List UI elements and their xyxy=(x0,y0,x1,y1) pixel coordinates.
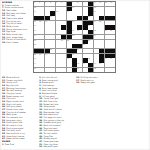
grid-cell[interactable]: 15 xyxy=(72,7,77,11)
grid-cell[interactable] xyxy=(110,35,115,39)
grid-cell[interactable]: 12 xyxy=(105,2,110,6)
grid-cell[interactable] xyxy=(77,40,82,44)
cell-number: 57 xyxy=(34,63,36,65)
grid-cell[interactable] xyxy=(45,40,50,44)
cell-number: 54 xyxy=(88,58,90,60)
grid-cell[interactable] xyxy=(94,25,99,29)
cell-number: 39 xyxy=(94,35,96,37)
grid-cell[interactable] xyxy=(67,63,72,67)
grid-cell[interactable]: 10 xyxy=(94,2,99,6)
black-cell xyxy=(77,25,82,29)
grid-cell[interactable] xyxy=(61,16,66,20)
black-cell xyxy=(72,63,77,67)
black-cell xyxy=(99,54,104,58)
grid-cell[interactable] xyxy=(105,35,110,39)
cell-number: 25 xyxy=(45,21,47,23)
cell-number: 19 xyxy=(67,11,69,13)
black-cell xyxy=(105,16,110,20)
grid-cell[interactable] xyxy=(110,63,115,67)
cell-number: 28 xyxy=(99,21,101,23)
grid-cell[interactable] xyxy=(56,49,61,53)
grid-cell[interactable] xyxy=(39,58,44,62)
cell-number: 36 xyxy=(110,30,112,32)
cell-number: 27 xyxy=(94,21,96,23)
cell-number: 47 xyxy=(77,49,79,51)
cell-number: 14 xyxy=(34,7,36,9)
black-cell xyxy=(61,35,66,39)
grid-cell[interactable]: 46 xyxy=(50,49,55,53)
grid-cell[interactable] xyxy=(39,7,44,11)
grid-cell[interactable]: 37 xyxy=(34,35,39,39)
cell-number: 58 xyxy=(77,63,79,65)
black-cell xyxy=(72,58,77,62)
grid-cell[interactable]: 50 xyxy=(45,54,50,58)
grid-cell[interactable] xyxy=(83,30,88,34)
cell-number: 4 xyxy=(50,2,51,4)
grid-cell[interactable]: 9 xyxy=(83,2,88,6)
black-cell xyxy=(67,2,72,6)
grid-cell[interactable] xyxy=(77,11,82,15)
black-cell xyxy=(45,16,50,20)
grid-cell[interactable] xyxy=(99,11,104,15)
grid-cell[interactable]: 51 xyxy=(72,54,77,58)
cell-number: 46 xyxy=(50,49,52,51)
grid-cell[interactable]: 13 xyxy=(110,2,115,6)
cell-number: 7 xyxy=(72,2,73,4)
grid-cell[interactable]: 8 xyxy=(77,2,82,6)
grid-cell[interactable]: 47 xyxy=(77,49,82,53)
grid-cell[interactable] xyxy=(94,49,99,53)
grid-cell[interactable] xyxy=(39,30,44,34)
grid-cell[interactable]: 54 xyxy=(88,58,93,62)
grid-cell[interactable] xyxy=(50,63,55,67)
grid-cell[interactable] xyxy=(105,7,110,11)
grid-cell[interactable] xyxy=(88,44,93,48)
black-cell xyxy=(105,49,110,53)
grid-cell[interactable] xyxy=(39,11,44,15)
black-cell xyxy=(61,25,66,29)
cell-number: 16 xyxy=(94,7,96,9)
cell-number: 40 xyxy=(34,40,36,42)
grid-cell[interactable] xyxy=(83,11,88,15)
grid-cell[interactable]: 59 xyxy=(83,63,88,67)
grid-cell[interactable]: 60 xyxy=(94,63,99,67)
grid-cell[interactable] xyxy=(61,44,66,48)
clue-item: 59. Deep red gem xyxy=(76,81,110,83)
grid-cell[interactable] xyxy=(77,7,82,11)
grid-cell[interactable] xyxy=(50,25,55,29)
grid-cell[interactable] xyxy=(45,58,50,62)
cell-number: 45 xyxy=(83,44,85,46)
cell-number: 63 xyxy=(77,68,79,70)
black-cell xyxy=(110,25,115,29)
grid-cell[interactable] xyxy=(72,16,77,20)
grid-cell[interactable]: 23 xyxy=(34,21,39,25)
grid-cell[interactable] xyxy=(83,7,88,11)
grid-cell[interactable] xyxy=(72,25,77,29)
grid-cell[interactable]: 26 xyxy=(72,21,77,25)
grid-cell[interactable]: 56 xyxy=(110,58,115,62)
grid-cell[interactable] xyxy=(39,25,44,29)
black-cell xyxy=(83,40,88,44)
grid-cell[interactable] xyxy=(110,40,115,44)
grid-cell[interactable] xyxy=(67,44,72,48)
grid-cell[interactable] xyxy=(99,68,104,72)
grid-cell[interactable] xyxy=(56,54,61,58)
black-cell xyxy=(88,68,93,72)
cell-number: 42 xyxy=(67,40,69,42)
cell-number: 21 xyxy=(50,16,52,18)
cell-number: 51 xyxy=(72,54,74,56)
grid-cell[interactable]: 52 xyxy=(34,58,39,62)
grid-cell[interactable]: 16 xyxy=(94,7,99,11)
grid-cell[interactable] xyxy=(50,30,55,34)
cell-number: 3 xyxy=(45,2,46,4)
grid-cell[interactable]: 31 xyxy=(34,30,39,34)
crossword-grid: 1234567891011121314151617181920212223242… xyxy=(33,1,116,73)
black-cell xyxy=(34,16,39,20)
black-cell xyxy=(50,11,55,15)
grid-cell[interactable] xyxy=(56,44,61,48)
cell-number: 15 xyxy=(72,7,74,9)
cell-number: 31 xyxy=(34,30,36,32)
grid-cell[interactable]: 29 xyxy=(34,25,39,29)
across-clues-column: ACROSS 1. Ocean motion7. Pasta sauce bra… xyxy=(2,1,33,74)
grid-cell[interactable]: 30 xyxy=(88,25,93,29)
grid-cell[interactable]: 61 xyxy=(99,63,104,67)
grid-cell[interactable] xyxy=(110,7,115,11)
grid-cell[interactable] xyxy=(110,11,115,15)
grid-cell[interactable]: 25 xyxy=(45,21,50,25)
grid-cell[interactable] xyxy=(67,16,72,20)
clue-item: 62. Deep winter sleep xyxy=(2,137,36,139)
grid-cell[interactable] xyxy=(50,68,55,72)
grid-cell[interactable] xyxy=(99,35,104,39)
grid-cell[interactable]: 63 xyxy=(77,68,82,72)
clue-number: 53. xyxy=(39,145,43,147)
black-cell xyxy=(67,30,72,34)
grid-cell[interactable] xyxy=(110,21,115,25)
grid-cell[interactable] xyxy=(56,40,61,44)
grid-cell[interactable]: 28 xyxy=(99,21,104,25)
clue-item: 53. Net profit gain xyxy=(39,145,73,147)
black-cell xyxy=(99,16,104,20)
grid-cell[interactable] xyxy=(77,35,82,39)
grid-cell[interactable]: 55 xyxy=(105,58,110,62)
black-cell xyxy=(99,58,104,62)
black-cell xyxy=(110,49,115,53)
black-cell xyxy=(88,2,93,6)
grid-cell[interactable] xyxy=(83,68,88,72)
grid-cell[interactable] xyxy=(56,58,61,62)
black-cell xyxy=(83,25,88,29)
cell-number: 62 xyxy=(34,68,36,70)
grid-cell[interactable] xyxy=(39,63,44,67)
cell-number: 30 xyxy=(88,25,90,27)
black-cell xyxy=(39,49,44,53)
cell-number: 13 xyxy=(110,2,112,4)
grid-cell[interactable]: 11 xyxy=(99,2,104,6)
grid-cell[interactable]: 48 xyxy=(34,54,39,58)
cell-number: 11 xyxy=(99,2,101,4)
bottom-clues-columns: 30. Wise old bird31. Frozen rain balls32… xyxy=(2,76,148,148)
grid-cell[interactable] xyxy=(110,68,115,72)
grid-cell[interactable] xyxy=(50,35,55,39)
grid-cell[interactable] xyxy=(61,68,66,72)
grid-cell[interactable]: 19 xyxy=(67,11,72,15)
cell-number: 5 xyxy=(56,2,57,4)
grid-cell[interactable] xyxy=(77,21,82,25)
grid-cell[interactable]: 5 xyxy=(56,2,61,6)
grid-cell[interactable] xyxy=(45,30,50,34)
grid-cell[interactable]: 14 xyxy=(34,7,39,11)
grid-cell[interactable] xyxy=(105,21,110,25)
grid-cell[interactable]: 53 xyxy=(67,58,72,62)
cell-number: 12 xyxy=(105,2,107,4)
black-cell xyxy=(88,63,93,67)
grid-cell[interactable] xyxy=(45,44,50,48)
black-cell xyxy=(88,7,93,11)
grid-cell[interactable] xyxy=(56,30,61,34)
grid-cell[interactable] xyxy=(105,11,110,15)
grid-cell[interactable] xyxy=(45,35,50,39)
grid-cell[interactable] xyxy=(50,40,55,44)
grid-cell[interactable] xyxy=(72,11,77,15)
grid-cell[interactable] xyxy=(94,54,99,58)
grid-cell[interactable]: 33 xyxy=(77,30,82,34)
grid-cell[interactable]: 34 xyxy=(94,30,99,34)
black-cell xyxy=(110,54,115,58)
grid-cell[interactable] xyxy=(61,30,66,34)
grid-cell[interactable] xyxy=(88,49,93,53)
black-cell xyxy=(110,16,115,20)
grid-cell[interactable]: 43 xyxy=(88,40,93,44)
grid-cell[interactable] xyxy=(39,44,44,48)
grid-cell[interactable]: 21 xyxy=(50,16,55,20)
black-cell xyxy=(72,44,77,48)
clue-item: 1. Tree fluid xyxy=(2,143,36,145)
cell-number: 55 xyxy=(105,58,107,60)
grid-cell[interactable]: 27 xyxy=(94,21,99,25)
crossword-page: ACROSS 1. Ocean motion7. Pasta sauce bra… xyxy=(0,0,150,150)
grid-cell[interactable] xyxy=(50,44,55,48)
cell-number: 59 xyxy=(83,63,85,65)
grid-cell[interactable] xyxy=(94,44,99,48)
black-cell xyxy=(105,25,110,29)
black-cell xyxy=(72,68,77,72)
grid-cell[interactable] xyxy=(39,35,44,39)
grid-cell[interactable] xyxy=(56,7,61,11)
grid-cell[interactable]: 57 xyxy=(34,63,39,67)
grid-cell[interactable] xyxy=(61,58,66,62)
cell-number: 49 xyxy=(39,54,41,56)
grid-cell[interactable] xyxy=(56,35,61,39)
grid-cell[interactable] xyxy=(56,68,61,72)
grid-cell[interactable]: 6 xyxy=(61,2,66,6)
grid-cell[interactable] xyxy=(110,44,115,48)
grid-cell[interactable]: 32 xyxy=(72,30,77,34)
grid-cell[interactable] xyxy=(77,58,82,62)
grid-cell[interactable] xyxy=(56,21,61,25)
grid-cell[interactable] xyxy=(56,25,61,29)
black-cell xyxy=(67,49,72,53)
black-cell xyxy=(67,25,72,29)
grid-cell[interactable] xyxy=(61,11,66,15)
grid-cell[interactable] xyxy=(61,21,66,25)
clue-item: 29. Lion's home xyxy=(2,41,33,43)
black-cell xyxy=(88,11,93,15)
cell-number: 34 xyxy=(94,30,96,32)
grid-cell[interactable]: 42 xyxy=(67,40,72,44)
grid-cell[interactable] xyxy=(83,54,88,58)
grid-cell[interactable] xyxy=(45,68,50,72)
cell-number: 48 xyxy=(34,54,36,56)
grid-cell[interactable] xyxy=(50,7,55,11)
grid-cell[interactable]: 22 xyxy=(88,16,93,20)
grid-cell[interactable] xyxy=(50,58,55,62)
grid-cell[interactable]: 39 xyxy=(94,35,99,39)
black-cell xyxy=(83,16,88,20)
black-cell xyxy=(67,35,72,39)
grid-cell[interactable] xyxy=(56,63,61,67)
grid-cell[interactable]: 36 xyxy=(110,30,115,34)
grid-cell[interactable]: 40 xyxy=(34,40,39,44)
clue-number: 62. xyxy=(2,137,6,139)
grid-cell[interactable]: 35 xyxy=(105,30,110,34)
grid-cell[interactable]: 62 xyxy=(34,68,39,72)
cell-number: 52 xyxy=(34,58,36,60)
grid-cell[interactable] xyxy=(105,68,110,72)
grid-cell[interactable] xyxy=(99,40,104,44)
grid-cell[interactable] xyxy=(67,68,72,72)
black-cell xyxy=(83,58,88,62)
grid-cell[interactable] xyxy=(88,54,93,58)
grid-cell[interactable]: 44 xyxy=(34,44,39,48)
grid-cell[interactable] xyxy=(105,44,110,48)
grid-cell[interactable] xyxy=(45,7,50,11)
cell-number: 41 xyxy=(61,40,63,42)
grid-cell[interactable] xyxy=(99,30,104,34)
grid-cell[interactable] xyxy=(39,40,44,44)
grid-cell[interactable] xyxy=(105,63,110,67)
black-cell xyxy=(77,44,82,48)
black-cell xyxy=(72,49,77,53)
grid-cell[interactable] xyxy=(61,54,66,58)
grid-cell[interactable]: 64 xyxy=(94,68,99,72)
grid-cell[interactable] xyxy=(39,68,44,72)
grid-cell[interactable]: 58 xyxy=(77,63,82,67)
grid-cell[interactable] xyxy=(77,54,82,58)
grid-cell[interactable] xyxy=(50,54,55,58)
black-cell xyxy=(67,7,72,11)
grid-cell[interactable] xyxy=(83,49,88,53)
cell-number: 37 xyxy=(34,35,36,37)
cell-number: 53 xyxy=(67,58,69,60)
black-cell xyxy=(83,21,88,25)
bottom-clues-region: 30. Wise old bird31. Frozen rain balls32… xyxy=(2,76,148,148)
grid-cell[interactable] xyxy=(72,40,77,44)
grid-cell[interactable] xyxy=(94,40,99,44)
cell-number: 44 xyxy=(34,44,36,46)
grid-cell[interactable] xyxy=(99,44,104,48)
cell-number: 50 xyxy=(45,54,47,56)
black-cell xyxy=(83,35,88,39)
grid-cell[interactable]: 20 xyxy=(94,11,99,15)
grid-cell[interactable]: 4 xyxy=(50,2,55,6)
black-cell xyxy=(67,21,72,25)
grid-cell[interactable]: 38 xyxy=(72,35,77,39)
cell-number: 26 xyxy=(72,21,74,23)
black-cell xyxy=(88,21,93,25)
grid-cell[interactable] xyxy=(61,7,66,11)
cell-number: 10 xyxy=(94,2,96,4)
grid-cell[interactable] xyxy=(56,16,61,20)
grid-cell[interactable]: 41 xyxy=(61,40,66,44)
cell-number: 8 xyxy=(77,2,78,4)
cell-number: 60 xyxy=(94,63,96,65)
cell-number: 20 xyxy=(94,11,96,13)
cell-number: 29 xyxy=(34,25,36,27)
grid-cell[interactable]: 2 xyxy=(39,2,44,6)
grid-cell[interactable] xyxy=(45,25,50,29)
grid-cell[interactable]: 17 xyxy=(34,11,39,15)
black-cell xyxy=(99,49,104,53)
cell-number: 9 xyxy=(83,2,84,4)
grid-cell[interactable]: 49 xyxy=(39,54,44,58)
clue-number: 1. xyxy=(2,143,5,145)
cell-number: 2 xyxy=(39,2,40,4)
grid-cell[interactable]: 24 xyxy=(39,21,44,25)
grid-cell[interactable] xyxy=(99,7,104,11)
grid-cell[interactable] xyxy=(45,63,50,67)
cell-number: 18 xyxy=(56,11,58,13)
grid-cell[interactable] xyxy=(61,63,66,67)
grid-cell[interactable] xyxy=(61,49,66,53)
cell-number: 38 xyxy=(72,35,74,37)
cell-number: 1 xyxy=(34,2,35,4)
grid-cell[interactable] xyxy=(50,21,55,25)
clue-number: 29. xyxy=(2,41,6,43)
black-cell xyxy=(105,54,110,58)
cell-number: 43 xyxy=(88,40,90,42)
grid-cell[interactable]: 3 xyxy=(45,2,50,6)
black-cell xyxy=(88,30,93,34)
black-cell xyxy=(45,49,50,53)
black-cell xyxy=(67,54,72,58)
grid-cell[interactable]: 18 xyxy=(56,11,61,15)
cell-number: 35 xyxy=(105,30,107,32)
grid-cell[interactable] xyxy=(105,40,110,44)
grid-cell[interactable] xyxy=(45,11,50,15)
grid-cell[interactable] xyxy=(99,25,104,29)
black-cell xyxy=(34,49,39,53)
cell-number: 22 xyxy=(88,16,90,18)
grid-cell[interactable]: 1 xyxy=(34,2,39,6)
across-clues-list-top: 1. Ocean motion7. Pasta sauce brand10. G… xyxy=(2,4,33,44)
cell-number: 61 xyxy=(99,63,101,65)
cell-number: 56 xyxy=(110,58,112,60)
grid-cell[interactable] xyxy=(94,16,99,20)
cell-number: 24 xyxy=(39,21,41,23)
cell-number: 64 xyxy=(94,68,96,70)
grid-cell[interactable]: 45 xyxy=(83,44,88,48)
cell-number: 33 xyxy=(77,30,79,32)
black-cell xyxy=(88,35,93,39)
cell-number: 32 xyxy=(72,30,74,32)
grid-cell[interactable] xyxy=(94,58,99,62)
grid-cell[interactable]: 7 xyxy=(72,2,77,6)
clue-number: 59. xyxy=(76,81,80,83)
